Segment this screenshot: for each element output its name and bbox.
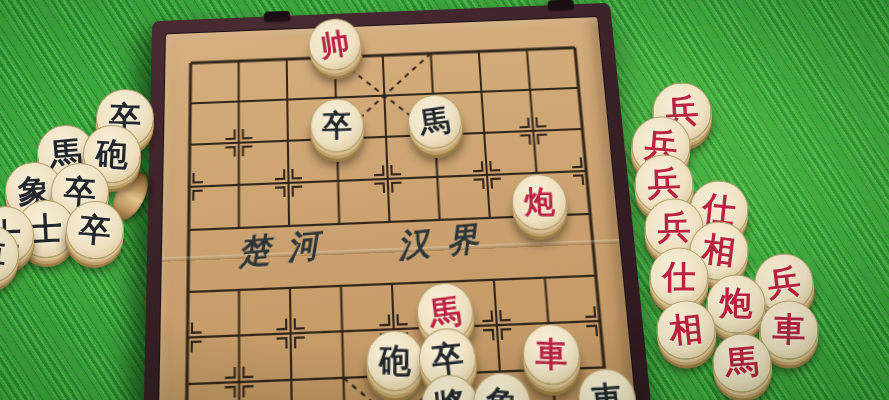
hinge-left-icon	[264, 11, 290, 22]
black-cannon-piece[interactable]: 砲	[366, 330, 423, 392]
table-scene: 楚河 汉界 帅卒馬炮馬砲卒車將象車 卒馬砲象卒士卒士車 兵兵兵仕兵相仕兵炮相車馬	[0, 0, 889, 400]
hinge-right-icon	[547, 0, 574, 10]
river-label-right: 汉界	[396, 215, 498, 269]
xiangqi-board[interactable]: 楚河 汉界 帅卒馬炮馬砲卒車將象車	[139, 3, 670, 400]
board-surface: 楚河 汉界 帅卒馬炮馬砲卒車將象車	[156, 17, 653, 400]
red-advisor-piece[interactable]: 仕	[650, 248, 709, 307]
river-label-left: 楚河	[237, 222, 337, 276]
